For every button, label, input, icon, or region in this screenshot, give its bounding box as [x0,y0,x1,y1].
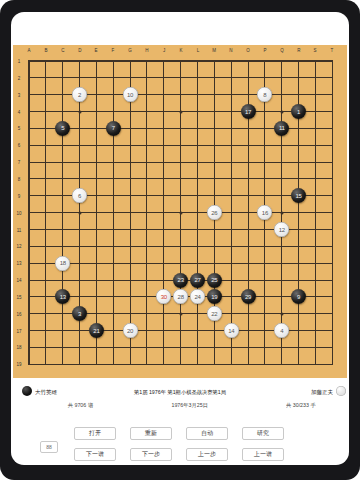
next-move-button[interactable]: 下一步 [130,448,172,461]
row-coordinate-label: 13 [16,261,21,266]
star-point [78,110,81,113]
row-coordinate-label: 3 [17,92,20,97]
stone-black-17: 17 [241,104,256,119]
stone-black-23: 23 [173,273,188,288]
row-coordinate-label: 2 [17,76,20,81]
column-coordinate-label: O [246,47,250,52]
stone-black-25: 25 [207,273,222,288]
column-coordinate-label: L [196,47,199,52]
column-coordinate-label: F [112,47,115,52]
stone-white-10: 10 [123,87,138,102]
column-coordinate-label: A [27,47,30,52]
column-coordinate-label: C [61,47,64,52]
column-coordinate-label: T [331,47,334,52]
white-stone-icon [336,386,346,396]
star-point [280,211,283,214]
row-coordinate-label: 8 [17,177,20,182]
game-date: 1976年3月25日 [171,402,207,410]
stone-white-18: 18 [55,256,70,271]
column-coordinate-label: M [212,47,216,52]
row-coordinate-label: 11 [16,227,21,232]
grid-line-horizontal [29,347,333,348]
star-point [179,211,182,214]
stone-black-21: 21 [89,323,104,338]
study-button[interactable]: 研究 [242,427,284,440]
star-point [179,312,182,315]
grid-line-horizontal [29,263,333,264]
row-coordinate-label: 12 [16,244,21,249]
next-record-button[interactable]: 下一谱 [74,448,116,461]
row-coordinate-label: 18 [16,345,21,350]
prev-record-button[interactable]: 上一谱 [242,448,284,461]
row-coordinate-label: 7 [17,160,20,165]
star-point [280,312,283,315]
column-coordinate-label: S [314,47,317,52]
stone-black-7: 7 [106,121,121,136]
column-coordinate-label: E [95,47,98,52]
column-coordinate-label: J [163,47,165,52]
grid-line-horizontal [29,364,333,365]
column-coordinate-label: D [78,47,81,52]
row-coordinate-label: 4 [17,109,20,114]
row-coordinate-label: 6 [17,143,20,148]
row-coordinate-label: 16 [16,312,21,317]
device-frame: A1B2C3D4E5F6G7H8J9K10L11M12N13O14P15Q16R… [0,0,360,480]
row-coordinate-label: 5 [17,126,20,131]
star-point [78,211,81,214]
row-coordinate-label: 19 [16,362,21,367]
move-number-toggle-button[interactable]: 88 [40,441,58,453]
prev-move-button[interactable]: 上一步 [186,448,228,461]
row-coordinate-label: 10 [16,210,21,215]
column-coordinate-label: B [44,47,47,52]
stone-white-20: 20 [123,323,138,338]
grid-line-horizontal [29,246,333,247]
grid-line-vertical [197,61,198,365]
game-title: 第1届 1976年 第1期小棋圣战决赛第1局 [31,389,328,397]
grid-line-vertical [332,61,333,365]
stone-white-26: 26 [207,205,222,220]
move-counter: 共 30/233 手 [286,402,316,410]
column-coordinate-label: K [179,47,182,52]
row-coordinate-label: 14 [16,278,21,283]
app-screen: A1B2C3D4E5F6G7H8J9K10L11M12N13O14P15Q16R… [11,12,349,465]
restart-button[interactable]: 重新 [130,427,172,440]
grid-line-vertical [315,61,316,365]
column-coordinate-label: P [263,47,266,52]
go-board[interactable]: A1B2C3D4E5F6G7H8J9K10L11M12N13O14P15Q16R… [13,45,347,378]
column-coordinate-label: R [297,47,300,52]
grid-line-vertical [231,61,232,365]
column-coordinate-label: H [145,47,148,52]
stone-white-14: 14 [224,323,239,338]
column-coordinate-label: Q [280,47,284,52]
stone-black-29: 29 [241,289,256,304]
players-row: 大竹英雄 第1届 1976年 第1期小棋圣战决赛第1局 加藤正夫 [11,384,349,398]
star-point [179,110,182,113]
stone-white-22: 22 [207,306,222,321]
white-player-name: 加藤正夫 [311,388,333,396]
meta-row: 共 9706 谱 1976年3月25日 共 30/233 手 [11,401,349,410]
records-count: 共 9706 谱 [68,402,93,410]
stone-black-27: 27 [190,273,205,288]
row-coordinate-label: 9 [17,194,20,199]
row-coordinate-label: 17 [16,328,21,333]
open-button[interactable]: 打开 [74,427,116,440]
row-coordinate-label: 15 [16,295,21,300]
column-coordinate-label: N [230,47,233,52]
stone-black-5: 5 [55,121,70,136]
star-point [280,110,283,113]
auto-play-button[interactable]: 自动 [186,427,228,440]
row-coordinate-label: 1 [17,59,20,64]
column-coordinate-label: G [128,47,132,52]
